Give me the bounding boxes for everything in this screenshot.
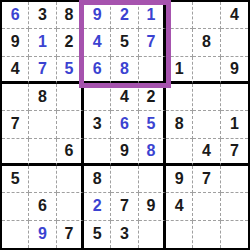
cell-r9c5[interactable]: 3 [111, 221, 138, 248]
cell-r1c3[interactable]: 8 [57, 2, 84, 29]
cell-r5c6[interactable]: 5 [139, 111, 166, 138]
cell-r8c9[interactable] [221, 193, 248, 220]
cell-r6c1[interactable] [2, 139, 29, 166]
cell-r2c9[interactable] [221, 29, 248, 56]
cell-r1c7[interactable] [166, 2, 193, 29]
cell-r3c5[interactable]: 8 [111, 57, 138, 84]
cell-r3c7[interactable]: 1 [166, 57, 193, 84]
cell-r4c1[interactable] [2, 84, 29, 111]
cell-r5c4[interactable]: 3 [84, 111, 111, 138]
cell-r3c4[interactable]: 6 [84, 57, 111, 84]
cell-r5c5[interactable]: 6 [111, 111, 138, 138]
cell-r5c7[interactable]: 8 [166, 111, 193, 138]
cell-r7c3[interactable] [57, 166, 84, 193]
sudoku-board: 6389214912457847568198427365816984758976… [0, 0, 250, 250]
cell-r4c2[interactable]: 8 [29, 84, 56, 111]
cell-r9c1[interactable] [2, 221, 29, 248]
cell-r1c9[interactable]: 4 [221, 2, 248, 29]
cell-r9c7[interactable] [166, 221, 193, 248]
cell-r1c2[interactable]: 3 [29, 2, 56, 29]
cell-r6c9[interactable]: 7 [221, 139, 248, 166]
cell-r7c1[interactable]: 5 [2, 166, 29, 193]
cell-r1c1[interactable]: 6 [2, 2, 29, 29]
cell-r1c8[interactable] [193, 2, 220, 29]
cell-r6c3[interactable]: 6 [57, 139, 84, 166]
cell-r8c7[interactable]: 4 [166, 193, 193, 220]
cell-r3c1[interactable]: 4 [2, 57, 29, 84]
cell-r8c6[interactable]: 9 [139, 193, 166, 220]
cell-r5c3[interactable] [57, 111, 84, 138]
cell-r9c3[interactable]: 7 [57, 221, 84, 248]
cell-r3c8[interactable] [193, 57, 220, 84]
cell-r2c8[interactable]: 8 [193, 29, 220, 56]
cell-r4c6[interactable]: 2 [139, 84, 166, 111]
cell-r3c3[interactable]: 5 [57, 57, 84, 84]
cell-r2c7[interactable] [166, 29, 193, 56]
cell-r4c9[interactable] [221, 84, 248, 111]
cell-r6c7[interactable] [166, 139, 193, 166]
cell-r6c5[interactable]: 9 [111, 139, 138, 166]
sudoku-app: 6389214912457847568198427365816984758976… [0, 0, 250, 250]
cell-r6c4[interactable] [84, 139, 111, 166]
cell-r5c8[interactable] [193, 111, 220, 138]
cell-r3c9[interactable]: 9 [221, 57, 248, 84]
cell-r8c1[interactable] [2, 193, 29, 220]
cell-r6c6[interactable]: 8 [139, 139, 166, 166]
cell-r2c4[interactable]: 4 [84, 29, 111, 56]
cell-r3c6[interactable] [139, 57, 166, 84]
cell-r1c6[interactable]: 1 [139, 2, 166, 29]
cell-r4c8[interactable] [193, 84, 220, 111]
cell-r8c4[interactable]: 2 [84, 193, 111, 220]
cell-r2c3[interactable]: 2 [57, 29, 84, 56]
cell-r4c7[interactable] [166, 84, 193, 111]
cell-r9c2[interactable]: 9 [29, 221, 56, 248]
cell-r2c6[interactable]: 7 [139, 29, 166, 56]
cell-r2c2[interactable]: 1 [29, 29, 56, 56]
cell-r5c2[interactable] [29, 111, 56, 138]
cell-r2c5[interactable]: 5 [111, 29, 138, 56]
cell-r8c8[interactable] [193, 193, 220, 220]
cell-r8c2[interactable]: 6 [29, 193, 56, 220]
cell-r7c8[interactable]: 7 [193, 166, 220, 193]
cell-r3c2[interactable]: 7 [29, 57, 56, 84]
cell-r7c4[interactable]: 8 [84, 166, 111, 193]
cell-r5c1[interactable]: 7 [2, 111, 29, 138]
cell-r7c6[interactable] [139, 166, 166, 193]
cell-r4c5[interactable]: 4 [111, 84, 138, 111]
cell-r4c3[interactable] [57, 84, 84, 111]
cell-r5c9[interactable]: 1 [221, 111, 248, 138]
cell-r6c8[interactable]: 4 [193, 139, 220, 166]
cell-r4c4[interactable] [84, 84, 111, 111]
cell-r9c4[interactable]: 5 [84, 221, 111, 248]
cell-r9c9[interactable] [221, 221, 248, 248]
cell-r1c4[interactable]: 9 [84, 2, 111, 29]
cell-r7c9[interactable] [221, 166, 248, 193]
cell-r9c8[interactable] [193, 221, 220, 248]
cell-r7c5[interactable] [111, 166, 138, 193]
cell-r8c3[interactable] [57, 193, 84, 220]
cell-r6c2[interactable] [29, 139, 56, 166]
cell-r8c5[interactable]: 7 [111, 193, 138, 220]
cell-r7c7[interactable]: 9 [166, 166, 193, 193]
cell-r9c6[interactable] [139, 221, 166, 248]
cell-r2c1[interactable]: 9 [2, 29, 29, 56]
cell-r1c5[interactable]: 2 [111, 2, 138, 29]
cell-r7c2[interactable] [29, 166, 56, 193]
